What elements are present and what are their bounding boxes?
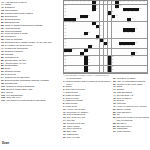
clue-number: 108. [1,96,5,98]
clue-number: 59. [113,125,116,127]
cell-number: 15 [127,1,129,3]
clue-number: 80. [1,56,4,58]
clue-number: 48. [113,102,116,104]
clue-text: Blend o' temperature-rose [6,88,32,90]
clue-text: Seeking solace [5,18,21,20]
cell-number: 55 [88,32,90,34]
cell-number: 58 [131,32,133,34]
cell-number: 53 [135,28,137,30]
cell-number: 38 [76,18,78,20]
clue-number: 41. [113,88,116,90]
clue-text: You betrayed it with words in this world [6,99,46,101]
cell-number: 33 [135,11,137,13]
cell-number: 30 [124,11,126,13]
cell-number: 37 [116,15,118,17]
clue-number: 46. [113,99,116,101]
clue-text: Map-Gazetteer [117,111,132,113]
cell-number: 62 [64,39,66,41]
clue-text: Controversial metal coating [5,12,33,14]
cell-number: 14 [124,1,126,3]
clue-text: New, in Naples [117,97,132,99]
clue-number: 90. [1,70,4,72]
clue-number: 49. [113,105,116,107]
clue-number: 84. [1,62,4,64]
clue-text: Place to adjust maintenance settings [5,24,42,26]
clue-item: 61. White smudge [113,130,149,133]
clue-text: Wallpaperers [5,56,18,58]
clue-text: Word with "TV station" [67,111,89,113]
clue-number: 110. [1,99,5,101]
clue-text: Simple results [117,108,131,110]
clue-number: 18. [63,130,66,132]
cell-number: 95 [112,66,114,68]
cell-number: 61 [100,35,102,37]
cell-number: 22 [120,5,122,7]
clue-text: Until afterwards [117,91,132,93]
cell-number: 4 [76,1,77,3]
clue-number: 13. [63,116,66,118]
clue-number: 38. [113,80,116,82]
clue-number: 41. [1,1,4,3]
cell-number: 96 [64,69,66,71]
clue-text: System [117,99,124,101]
cell-number: 85 [112,56,114,58]
clue-number: 56. [113,116,116,118]
cell-number: 44 [68,22,70,24]
clue-number: 39. [113,83,116,85]
down-clue-column-1: in Wonderland" 1. Western sunset (this i… [63,77,111,139]
cell-number: 73 [124,45,126,47]
clue-text: Helped out (2 wds.) [67,108,86,110]
cell-number: 49 [92,25,94,27]
clue-text: Gallop [65,85,71,87]
cell-number: 18 [139,1,141,3]
cell-number: 29 [112,11,114,13]
clue-number: 94. [1,76,4,78]
cell-number: 93 [64,66,66,68]
clue-text: Form of narration [5,38,23,40]
clue-number: 45. [113,97,116,99]
cell-number: 89 [112,59,114,61]
clue-number: 66. [1,35,4,37]
clue-text: Poker payment [67,127,82,129]
clue-number: 104. [1,91,5,93]
cell-number: 98 [112,69,114,71]
clue-text: Price covered in metal [5,32,28,34]
clue-text: Overbooking, e.g. [117,94,134,96]
clue-text: University [117,102,127,104]
clue-text: Playoffs [67,119,75,121]
crossword-grid[interactable]: 1234567891011121314151617181920212223242… [63,0,148,74]
clue-number: 42. [113,91,116,93]
clue-text: Member of the lordly family [117,83,143,85]
clue-text: Exits [5,67,10,69]
clue-text: Slammed [5,6,15,8]
clue-number: 54. [1,18,4,20]
cell-number: 20 [64,5,66,7]
clue-number: 72. [1,44,4,46]
cell-number: 42 [131,18,133,20]
cell-number: 80 [84,52,86,54]
cell-number: 52 [96,28,98,30]
clue-number: 58. [113,122,116,124]
cell-number: 65 [64,42,66,44]
clue-number: 19. [63,133,66,135]
clue-number: 15. [63,122,66,124]
clue-text: Borrowed-time voltage control, by far "t… [5,41,52,43]
clue-text: A stylish way to arrive [5,1,27,3]
cell-number: 54 [64,32,66,34]
clue-number: 106. [1,94,5,96]
clue-text: Said sweetly [5,15,18,17]
clue-number: 74. [1,47,4,49]
cell-number: 26 [139,8,141,10]
clue-number: 11. [63,111,66,113]
cell-number: 72 [120,45,122,47]
cell-number: 97 [88,69,90,71]
clue-text: Open-sided porches [65,88,85,90]
clue-item: 110. You betrayed it with words in this … [1,99,60,102]
cell-number: 91 [88,62,90,64]
clue-text: Whole bunch [67,125,80,127]
clue-number: 102. [1,88,5,90]
cell-number: 35 [88,15,90,17]
clue-number: 44. [1,3,4,5]
clue-text: Swedish money [117,125,132,127]
cell-number: 94 [88,66,90,68]
clue-text: George Eliot, for one [5,59,26,61]
cell-number: 6 [84,1,85,3]
cell-number: 21 [96,5,98,7]
clue-text: Organization [5,64,18,66]
cell-number: 79 [68,52,70,54]
clue-number: 92. [1,73,4,75]
clue-text: Jeweler's tips [65,97,78,99]
clue-text: Effortless feat [5,21,19,23]
clue-number: 48. [1,9,4,11]
down-clue-column-2: 36. Protested, perhaps 38. "City of a Th… [113,77,149,133]
clue-number: 46. [1,6,4,8]
clue-number: 20. [63,136,66,138]
clue-text: Residence [5,35,16,37]
cell-number: 9 [100,1,101,3]
clue-number: 50. [1,12,4,14]
clue-number: 100. [1,85,5,87]
cell-number: 86 [131,56,133,58]
clue-text: Engraved options [5,50,23,52]
clue-number: 14. [63,119,66,121]
clue-number: 16. [63,125,66,127]
clue-number: 62. [1,30,4,32]
cell-number: 70 [92,45,94,47]
cell-number: 56 [124,32,126,34]
clue-number: 61. [113,130,116,132]
copyright-caption: © Copyright 2021, Free Daily Puzzle. All… [63,74,149,76]
clue-text: Nevada resort lake [67,122,85,124]
clue-number: 70. [1,41,4,43]
clue-text: DVD blend [5,73,16,75]
cell-number: 17 [135,1,137,3]
clue-number: 53. [113,113,116,115]
clue-text: Roof projections [5,30,22,32]
clue-number: 64. [1,32,4,34]
clue-text: Bold Colorado Commons campus, perhaps [5,79,49,81]
clue-text: Reason to build a birdhouse [6,85,35,87]
cell-number: 83 [80,56,82,58]
clue-text: Magnetism [117,127,128,129]
cell-number: 48 [64,25,66,27]
clue-text: Pre-marketplace [6,94,23,96]
clue-number: 58. [1,24,4,26]
clue-text: Thought [5,53,13,55]
down-section-header: Down [2,142,9,145]
cell-number: 82 [64,56,66,58]
cell-number: 90 [64,62,66,64]
clue-text: Lost in amazement [67,113,85,115]
cell-number: 57 [127,32,129,34]
cell-number: 19 [143,1,145,3]
down-clue-list-1: 1. Western sunset (this is a famous Mich… [63,80,111,139]
clue-text: Plans [117,85,122,87]
cell-number: 64 [104,39,106,41]
cell-number: 32 [131,11,133,13]
clue-text: Condiments [5,82,17,84]
cell-number: 2 [68,1,69,3]
cell-number: 8 [96,1,97,3]
clue-number: 82. [1,59,4,61]
clue-text: Jacket parts [65,102,77,104]
clue-text: Cut off [6,91,13,93]
clue-text: Frank notes [65,105,77,107]
cell-number: 75 [131,45,133,47]
cell-number: 5 [80,1,81,3]
cell-number: 28 [92,11,94,13]
cell-number: 68 [135,42,137,44]
clue-text: Options for an afternoon [5,76,30,78]
cell-number: 13 [120,1,122,3]
clue-text: Type of exam [67,136,80,138]
clue-text: Wading bird [67,133,79,135]
cell-number: 76 [72,49,74,51]
cell-number: 77 [88,49,90,51]
cell-number: 63 [96,39,98,41]
cell-number: 24 [96,8,98,10]
clue-number: 86. [1,64,4,66]
cell-number: 88 [88,59,90,61]
cell-number: 34 [64,15,66,17]
cell-number: 3 [72,1,73,3]
clue-number: 40. [113,85,116,87]
cell-number: 51 [64,28,66,30]
clue-text: Western sunset (this is a famous Michela… [65,80,110,85]
cell-number: 47 [127,22,129,24]
cell-number: 25 [116,8,118,10]
cell-number: 45 [72,22,74,24]
cell-number: 12 [112,1,114,3]
cell-number: 36 [108,15,110,17]
clue-text: June 6th, 1944 [6,96,21,98]
cell-number: 87 [64,59,66,61]
cell-number: 71 [104,45,106,47]
clue-text: "City of a Thousand Minarets" [117,80,146,82]
cell-number: 60 [84,35,86,37]
cell-number: 41 [112,18,114,20]
cell-number: 43 [64,22,66,24]
clue-text: Agent's order (14-10) [5,62,27,64]
clue-text: Protested, perhaps [117,77,135,79]
cell-number: 39 [80,18,82,20]
cell-number: 7 [88,1,89,3]
clue-number: 44. [113,94,116,96]
across-clue-column: 41. A stylish way to arrive 44. Island 4… [1,1,60,103]
clue-text: On [117,113,120,115]
clue-number: 96. [1,79,4,81]
clue-text: Home of Harpers Ferry College [117,105,147,107]
cell-number: 66 [100,42,102,44]
cell-number: 84 [88,56,90,58]
clue-text: Reason for winnowing [5,47,28,49]
clue-text: Student-friendly [5,70,21,72]
cell-number: 81 [135,52,137,54]
clue-number: 78. [1,53,4,55]
clue-number: 10. [63,108,66,110]
clue-text: Island [5,3,11,5]
clue-text: Salty drop [67,130,77,132]
clue-number: 17. [63,127,66,129]
clue-text: Ben Even [117,122,127,124]
cell-number: 1 [64,1,65,3]
clue-number: 60. [1,27,4,29]
clue-number: 50. [113,108,116,110]
cell-number: 46 [96,22,98,24]
clue-text: One of the five W's [67,116,85,118]
clue-number: 76. [1,50,4,52]
clue-number: 36. [113,77,116,79]
clue-text: White smudge [117,130,131,132]
cell-number: 23 [64,8,66,10]
clue-text: Isolated [117,88,125,90]
clue-item: 20. Type of exam [63,136,111,139]
cell-number: 69 [64,45,66,47]
cell-number: 78 [64,52,66,54]
clue-text: Not sensible [5,9,18,11]
cell-number: 74 [127,45,129,47]
clue-text: TV host by an NPO reveler [5,44,32,46]
clue-number: 60. [113,127,116,129]
clue-text: Clarinet's kin [65,91,77,93]
clue-number: 68. [1,38,4,40]
cell-number: 40 [84,18,86,20]
cell-number: 16 [131,1,133,3]
clue-number: 88. [1,67,4,69]
clue-number: 52. [113,111,116,113]
clue-text: Pants measure [65,94,80,96]
clue-number: 56. [1,21,4,23]
grid-cell[interactable] [143,69,147,72]
cell-number: 11 [108,1,110,3]
cell-number: 67 [108,42,110,44]
cell-number: 92 [112,62,114,64]
cell-number: 50 [100,25,102,27]
clue-text: Homesickness [5,27,20,29]
cell-number: 59 [64,35,66,37]
clue-number: 98. [1,82,4,84]
clue-number: 12. [63,113,66,115]
clue-text: Fashioned weight [65,99,82,101]
cell-number: 31 [127,11,129,13]
cell-number: 10 [104,1,106,3]
clue-text: Difference between Penn planets and ecos… [117,116,149,121]
clue-number: 52. [1,15,4,17]
cell-number: 27 [64,11,66,13]
